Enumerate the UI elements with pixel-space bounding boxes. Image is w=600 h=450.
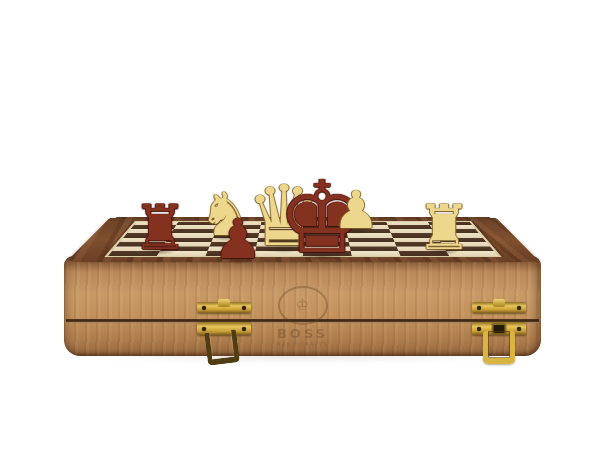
white-pawn-e6[interactable]: ♟ (333, 190, 380, 231)
screw-icon (517, 327, 521, 331)
brand-logo: ♔ BOSS HANDICRAFTS (243, 286, 363, 347)
crest-figure-icon: ♔ (296, 298, 309, 313)
screw-icon (202, 306, 206, 310)
black-rook-b5[interactable]: ♜ (132, 204, 188, 252)
screw-icon (477, 327, 481, 331)
latch-tab-icon (493, 299, 505, 307)
latch-tab-icon (218, 299, 230, 307)
brass-latch-right (469, 300, 529, 356)
screw-icon (477, 306, 481, 310)
screw-icon (517, 306, 521, 310)
white-rook-h5[interactable]: ♜ (416, 204, 472, 252)
latch-loop-icon (204, 329, 240, 366)
crest-icon: ♔ (278, 286, 328, 325)
screw-icon (202, 327, 206, 331)
latch-plate-icon (472, 302, 526, 313)
brand-name: BOSS (243, 326, 363, 341)
latch-loop-icon (483, 331, 515, 364)
product-photo-stage: ♔ BOSS HANDICRAFTS ♜♞♟♛♚♟♜ (0, 0, 600, 450)
brand-subtext: HANDICRAFTS (243, 341, 363, 347)
